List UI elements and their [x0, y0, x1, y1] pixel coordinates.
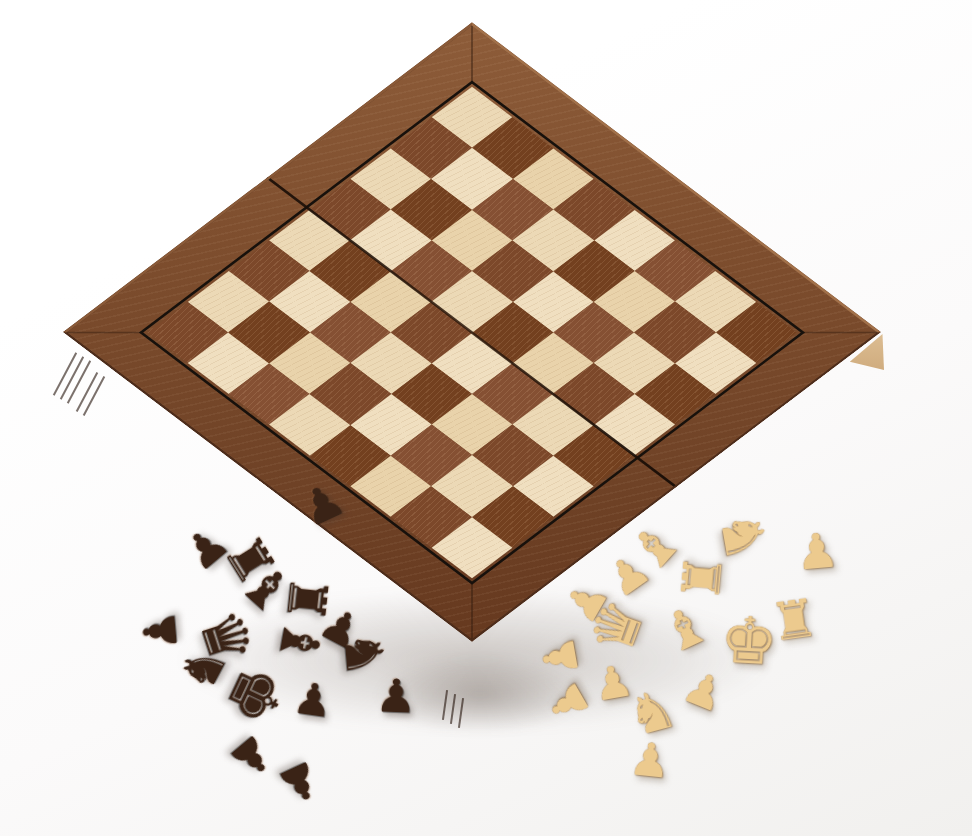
piece-light-pawn[interactable]: ♟ — [793, 525, 840, 577]
light-pieces-pile: ♞♝♟♟♜♟♛♝♜♚♟♟♞♟♟♟ — [0, 0, 972, 836]
piece-light-pawn[interactable]: ♟ — [677, 663, 731, 720]
chess-set-photo: ♟♟♜♝♜♟♛♝♟♞♞♚♟♟♟♟ ♞♝♟♟♜♟♛♝♜♚♟♟♞♟♟♟ — [0, 0, 972, 836]
piece-light-queen[interactable]: ♛ — [580, 591, 655, 662]
piece-light-pawn[interactable]: ♟ — [627, 735, 673, 785]
piece-light-bishop[interactable]: ♝ — [653, 596, 717, 663]
piece-light-pawn[interactable]: ♟ — [538, 674, 597, 731]
piece-light-king[interactable]: ♚ — [719, 608, 780, 675]
